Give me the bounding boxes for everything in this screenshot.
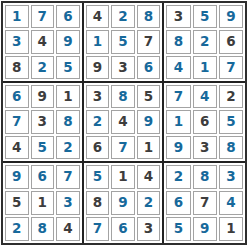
cell-r3c6[interactable]: 6 xyxy=(137,56,161,79)
cell-r7c9[interactable]: 3 xyxy=(219,165,243,189)
cell-r8c3[interactable]: 3 xyxy=(56,191,80,215)
cell-r4c5[interactable]: 8 xyxy=(111,85,135,108)
cell-r6c1[interactable]: 4 xyxy=(5,136,29,159)
cell-r4c9[interactable]: 2 xyxy=(219,85,243,108)
cell-r2c5[interactable]: 5 xyxy=(111,30,135,53)
cell-r3c5[interactable]: 3 xyxy=(111,56,135,79)
cell-r8c5[interactable]: 9 xyxy=(111,191,135,215)
cell-r1c9[interactable]: 9 xyxy=(219,5,243,28)
box-6: 742165938 xyxy=(164,83,245,163)
cell-r1c3[interactable]: 6 xyxy=(56,5,80,28)
cell-r8c8[interactable]: 7 xyxy=(193,191,217,215)
cell-r4c4[interactable]: 3 xyxy=(86,85,110,108)
cell-r5c9[interactable]: 5 xyxy=(219,110,243,133)
cell-r9c3[interactable]: 4 xyxy=(56,217,80,241)
cell-r8c1[interactable]: 5 xyxy=(5,191,29,215)
cell-r6c7[interactable]: 9 xyxy=(166,136,190,159)
cell-r6c9[interactable]: 8 xyxy=(219,136,243,159)
cell-r6c2[interactable]: 5 xyxy=(31,136,55,159)
cell-r1c8[interactable]: 5 xyxy=(193,5,217,28)
cell-r4c8[interactable]: 4 xyxy=(193,85,217,108)
cell-r5c1[interactable]: 7 xyxy=(5,110,29,133)
cell-r9c6[interactable]: 3 xyxy=(137,217,161,241)
cell-r2c6[interactable]: 7 xyxy=(137,30,161,53)
box-3: 359826417 xyxy=(164,3,245,83)
cell-r8c6[interactable]: 2 xyxy=(137,191,161,215)
cell-r5c7[interactable]: 1 xyxy=(166,110,190,133)
cell-r3c2[interactable]: 2 xyxy=(31,56,55,79)
cell-r6c5[interactable]: 7 xyxy=(111,136,135,159)
cell-r5c4[interactable]: 2 xyxy=(86,110,110,133)
cell-r4c6[interactable]: 5 xyxy=(137,85,161,108)
box-8: 514892763 xyxy=(84,163,165,243)
cell-r1c5[interactable]: 2 xyxy=(111,5,135,28)
cell-r6c6[interactable]: 1 xyxy=(137,136,161,159)
cell-r4c7[interactable]: 7 xyxy=(166,85,190,108)
cell-r9c9[interactable]: 1 xyxy=(219,217,243,241)
cell-r3c7[interactable]: 4 xyxy=(166,56,190,79)
cell-r9c5[interactable]: 6 xyxy=(111,217,135,241)
cell-r4c2[interactable]: 9 xyxy=(31,85,55,108)
cell-r6c4[interactable]: 6 xyxy=(86,136,110,159)
cell-r8c7[interactable]: 6 xyxy=(166,191,190,215)
cell-r5c8[interactable]: 6 xyxy=(193,110,217,133)
cell-r3c1[interactable]: 8 xyxy=(5,56,29,79)
cell-r2c9[interactable]: 6 xyxy=(219,30,243,53)
cell-r9c1[interactable]: 2 xyxy=(5,217,29,241)
cell-r2c2[interactable]: 4 xyxy=(31,30,55,53)
sudoku-board: 1763498254281579363598264176917384523852… xyxy=(1,1,247,245)
cell-r2c8[interactable]: 2 xyxy=(193,30,217,53)
cell-r3c4[interactable]: 9 xyxy=(86,56,110,79)
box-7: 967513284 xyxy=(3,163,84,243)
cell-r2c3[interactable]: 9 xyxy=(56,30,80,53)
cell-r2c4[interactable]: 1 xyxy=(86,30,110,53)
box-1: 176349825 xyxy=(3,3,84,83)
cell-r4c3[interactable]: 1 xyxy=(56,85,80,108)
cell-r1c6[interactable]: 8 xyxy=(137,5,161,28)
cell-r7c8[interactable]: 8 xyxy=(193,165,217,189)
box-9: 283674591 xyxy=(164,163,245,243)
cell-r6c8[interactable]: 3 xyxy=(193,136,217,159)
cell-r1c4[interactable]: 4 xyxy=(86,5,110,28)
cell-r7c1[interactable]: 9 xyxy=(5,165,29,189)
cell-r7c4[interactable]: 5 xyxy=(86,165,110,189)
cell-r7c2[interactable]: 6 xyxy=(31,165,55,189)
box-2: 428157936 xyxy=(84,3,165,83)
cell-r5c5[interactable]: 4 xyxy=(111,110,135,133)
cell-r7c6[interactable]: 4 xyxy=(137,165,161,189)
cell-r1c7[interactable]: 3 xyxy=(166,5,190,28)
cell-r3c3[interactable]: 5 xyxy=(56,56,80,79)
cell-r8c2[interactable]: 1 xyxy=(31,191,55,215)
cell-r9c8[interactable]: 9 xyxy=(193,217,217,241)
cell-r1c1[interactable]: 1 xyxy=(5,5,29,28)
cell-r9c7[interactable]: 5 xyxy=(166,217,190,241)
cell-r7c7[interactable]: 2 xyxy=(166,165,190,189)
cell-r5c3[interactable]: 8 xyxy=(56,110,80,133)
cell-r9c4[interactable]: 7 xyxy=(86,217,110,241)
cell-r7c5[interactable]: 1 xyxy=(111,165,135,189)
cell-r8c4[interactable]: 8 xyxy=(86,191,110,215)
box-4: 691738452 xyxy=(3,83,84,163)
cell-r3c8[interactable]: 1 xyxy=(193,56,217,79)
cell-r4c1[interactable]: 6 xyxy=(5,85,29,108)
cell-r9c2[interactable]: 8 xyxy=(31,217,55,241)
cell-r5c2[interactable]: 3 xyxy=(31,110,55,133)
cell-r6c3[interactable]: 2 xyxy=(56,136,80,159)
cell-r1c2[interactable]: 7 xyxy=(31,5,55,28)
cell-r2c1[interactable]: 3 xyxy=(5,30,29,53)
cell-r2c7[interactable]: 8 xyxy=(166,30,190,53)
box-5: 385249671 xyxy=(84,83,165,163)
cell-r8c9[interactable]: 4 xyxy=(219,191,243,215)
cell-r7c3[interactable]: 7 xyxy=(56,165,80,189)
cell-r5c6[interactable]: 9 xyxy=(137,110,161,133)
cell-r3c9[interactable]: 7 xyxy=(219,56,243,79)
